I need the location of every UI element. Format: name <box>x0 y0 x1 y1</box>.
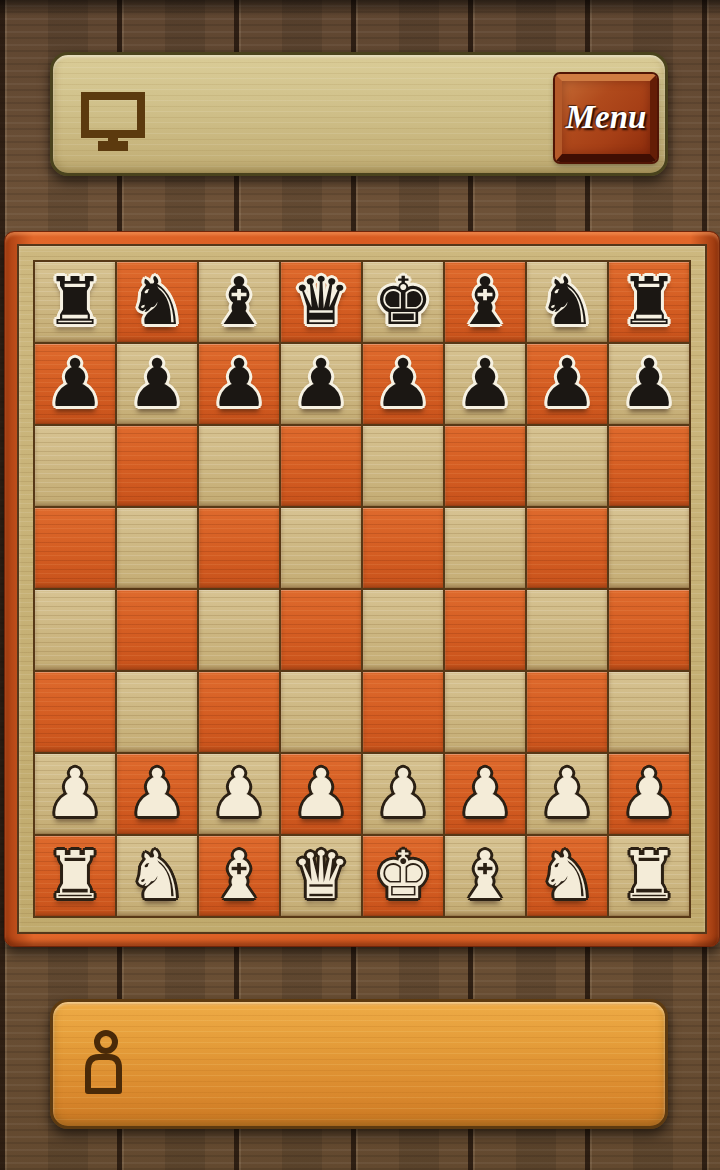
white-bishop[interactable]: ♝ <box>209 836 268 916</box>
square-d2[interactable]: ♟ <box>281 754 361 834</box>
black-pawn[interactable]: ♟ <box>619 344 678 424</box>
square-e5[interactable] <box>363 508 443 588</box>
black-pawn[interactable]: ♟ <box>373 344 432 424</box>
square-b8[interactable]: ♞ <box>117 262 197 342</box>
square-h6[interactable] <box>609 426 689 506</box>
square-h5[interactable] <box>609 508 689 588</box>
square-d3[interactable] <box>281 672 361 752</box>
square-f7[interactable]: ♟ <box>445 344 525 424</box>
square-h3[interactable] <box>609 672 689 752</box>
square-h1[interactable]: ♜ <box>609 836 689 916</box>
menu-button[interactable]: Menu <box>555 74 657 162</box>
square-b1[interactable]: ♞ <box>117 836 197 916</box>
black-pawn[interactable]: ♟ <box>45 344 104 424</box>
chess-board-grid: ♜♞♝♛♚♝♞♜♟♟♟♟♟♟♟♟♟♟♟♟♟♟♟♟♜♞♝♛♚♝♞♜ <box>33 260 691 918</box>
square-f6[interactable] <box>445 426 525 506</box>
square-a7[interactable]: ♟ <box>35 344 115 424</box>
black-pawn[interactable]: ♟ <box>127 344 186 424</box>
square-b6[interactable] <box>117 426 197 506</box>
square-c2[interactable]: ♟ <box>199 754 279 834</box>
square-g8[interactable]: ♞ <box>527 262 607 342</box>
app-screen: Menu ♜♞♝♛♚♝♞♜♟♟♟♟♟♟♟♟♟♟♟♟♟♟♟♟♜♞♝♛♚♝♞♜ <box>0 0 720 1170</box>
white-rook[interactable]: ♜ <box>45 836 104 916</box>
square-a2[interactable]: ♟ <box>35 754 115 834</box>
square-e1[interactable]: ♚ <box>363 836 443 916</box>
black-rook[interactable]: ♜ <box>619 262 678 342</box>
square-a3[interactable] <box>35 672 115 752</box>
chess-board-frame: ♜♞♝♛♚♝♞♜♟♟♟♟♟♟♟♟♟♟♟♟♟♟♟♟♜♞♝♛♚♝♞♜ <box>4 231 720 947</box>
square-e6[interactable] <box>363 426 443 506</box>
square-f3[interactable] <box>445 672 525 752</box>
square-d1[interactable]: ♛ <box>281 836 361 916</box>
black-pawn[interactable]: ♟ <box>209 344 268 424</box>
square-c4[interactable] <box>199 590 279 670</box>
white-pawn[interactable]: ♟ <box>619 754 678 834</box>
square-g4[interactable] <box>527 590 607 670</box>
square-g6[interactable] <box>527 426 607 506</box>
square-e7[interactable]: ♟ <box>363 344 443 424</box>
white-king[interactable]: ♚ <box>373 836 432 916</box>
square-h4[interactable] <box>609 590 689 670</box>
black-knight[interactable]: ♞ <box>127 262 186 342</box>
square-d6[interactable] <box>281 426 361 506</box>
white-pawn[interactable]: ♟ <box>455 754 514 834</box>
white-rook[interactable]: ♜ <box>619 836 678 916</box>
square-e3[interactable] <box>363 672 443 752</box>
black-bishop[interactable]: ♝ <box>209 262 268 342</box>
square-g5[interactable] <box>527 508 607 588</box>
square-d4[interactable] <box>281 590 361 670</box>
black-rook[interactable]: ♜ <box>45 262 104 342</box>
square-d8[interactable]: ♛ <box>281 262 361 342</box>
square-a8[interactable]: ♜ <box>35 262 115 342</box>
square-b7[interactable]: ♟ <box>117 344 197 424</box>
square-c6[interactable] <box>199 426 279 506</box>
square-a6[interactable] <box>35 426 115 506</box>
square-f8[interactable]: ♝ <box>445 262 525 342</box>
square-g1[interactable]: ♞ <box>527 836 607 916</box>
computer-monitor-icon <box>79 91 147 155</box>
square-a1[interactable]: ♜ <box>35 836 115 916</box>
square-b3[interactable] <box>117 672 197 752</box>
black-bishop[interactable]: ♝ <box>455 262 514 342</box>
square-e4[interactable] <box>363 590 443 670</box>
square-e8[interactable]: ♚ <box>363 262 443 342</box>
square-c8[interactable]: ♝ <box>199 262 279 342</box>
square-d5[interactable] <box>281 508 361 588</box>
black-pawn[interactable]: ♟ <box>291 344 350 424</box>
square-e2[interactable]: ♟ <box>363 754 443 834</box>
black-pawn[interactable]: ♟ <box>537 344 596 424</box>
white-pawn[interactable]: ♟ <box>373 754 432 834</box>
white-bishop[interactable]: ♝ <box>455 836 514 916</box>
black-pawn[interactable]: ♟ <box>455 344 514 424</box>
white-pawn[interactable]: ♟ <box>291 754 350 834</box>
square-b5[interactable] <box>117 508 197 588</box>
square-c1[interactable]: ♝ <box>199 836 279 916</box>
white-pawn[interactable]: ♟ <box>209 754 268 834</box>
square-c5[interactable] <box>199 508 279 588</box>
human-player-bar <box>50 999 668 1129</box>
square-f4[interactable] <box>445 590 525 670</box>
square-b4[interactable] <box>117 590 197 670</box>
white-pawn[interactable]: ♟ <box>537 754 596 834</box>
square-a4[interactable] <box>35 590 115 670</box>
square-f2[interactable]: ♟ <box>445 754 525 834</box>
white-queen[interactable]: ♛ <box>291 836 350 916</box>
white-knight[interactable]: ♞ <box>537 836 596 916</box>
black-king[interactable]: ♚ <box>373 262 432 342</box>
chess-board-inner-frame: ♜♞♝♛♚♝♞♜♟♟♟♟♟♟♟♟♟♟♟♟♟♟♟♟♜♞♝♛♚♝♞♜ <box>17 244 707 934</box>
square-g2[interactable]: ♟ <box>527 754 607 834</box>
square-d7[interactable]: ♟ <box>281 344 361 424</box>
white-knight[interactable]: ♞ <box>127 836 186 916</box>
square-f5[interactable] <box>445 508 525 588</box>
square-a5[interactable] <box>35 508 115 588</box>
white-pawn[interactable]: ♟ <box>127 754 186 834</box>
square-f1[interactable]: ♝ <box>445 836 525 916</box>
square-c7[interactable]: ♟ <box>199 344 279 424</box>
black-queen[interactable]: ♛ <box>291 262 350 342</box>
black-knight[interactable]: ♞ <box>537 262 596 342</box>
square-g3[interactable] <box>527 672 607 752</box>
menu-button-label: Menu <box>566 99 647 136</box>
square-b2[interactable]: ♟ <box>117 754 197 834</box>
white-pawn[interactable]: ♟ <box>45 754 104 834</box>
person-icon <box>79 1029 127 1099</box>
square-g7[interactable]: ♟ <box>527 344 607 424</box>
square-c3[interactable] <box>199 672 279 752</box>
square-h2[interactable]: ♟ <box>609 754 689 834</box>
square-h7[interactable]: ♟ <box>609 344 689 424</box>
square-h8[interactable]: ♜ <box>609 262 689 342</box>
computer-player-bar: Menu <box>50 52 668 176</box>
